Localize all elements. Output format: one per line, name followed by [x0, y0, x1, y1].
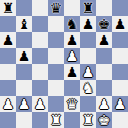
square-g3[interactable]: [96, 80, 112, 96]
square-g4[interactable]: [96, 64, 112, 80]
square-e8[interactable]: [64, 0, 80, 16]
square-g5[interactable]: [96, 48, 112, 64]
square-d4[interactable]: [48, 64, 64, 80]
piece-br-f8: ♜: [82, 0, 95, 16]
square-b1[interactable]: [16, 112, 32, 128]
square-e1[interactable]: [64, 112, 80, 128]
square-h5[interactable]: [112, 48, 128, 64]
square-h1[interactable]: [112, 112, 128, 128]
square-c1[interactable]: [32, 112, 48, 128]
square-g8[interactable]: [96, 0, 112, 16]
piece-wq-e2: ♛: [66, 96, 79, 112]
square-c4[interactable]: [32, 64, 48, 80]
piece-wr-f1: ♜: [82, 112, 95, 128]
square-d5[interactable]: [48, 48, 64, 64]
square-f6[interactable]: [80, 32, 96, 48]
square-c6[interactable]: [32, 32, 48, 48]
square-b7[interactable]: ♝: [16, 16, 32, 32]
piece-bp-h7: ♟: [114, 16, 127, 32]
square-g7[interactable]: ♚: [96, 16, 112, 32]
square-e7[interactable]: ♞: [64, 16, 80, 32]
square-g1[interactable]: ♚: [96, 112, 112, 128]
square-h8[interactable]: [112, 0, 128, 16]
square-a4[interactable]: [0, 64, 16, 80]
square-b6[interactable]: [16, 32, 32, 48]
square-f1[interactable]: ♜: [80, 112, 96, 128]
square-c8[interactable]: [32, 0, 48, 16]
square-a6[interactable]: ♟: [0, 32, 16, 48]
piece-wp-a2: ♟: [2, 96, 15, 112]
piece-bn-e7: ♞: [66, 16, 79, 32]
chess-board: ♜♛♜♝♞♟♚♟♟♟♟♟♟♟♟♞♟♟♟♛♟♟♜♜♚: [0, 0, 128, 128]
square-e2[interactable]: ♛: [64, 96, 80, 112]
piece-bp-b5: ♟: [18, 48, 31, 64]
square-b8[interactable]: [16, 0, 32, 16]
square-b4[interactable]: [16, 64, 32, 80]
square-f8[interactable]: ♜: [80, 0, 96, 16]
square-f4[interactable]: ♟: [80, 64, 96, 80]
piece-bq-d8: ♛: [50, 0, 63, 16]
piece-wp-f4: ♟: [82, 64, 95, 80]
square-h7[interactable]: ♟: [112, 16, 128, 32]
square-g6[interactable]: ♟: [96, 32, 112, 48]
square-a2[interactable]: ♟: [0, 96, 16, 112]
square-g2[interactable]: ♟: [96, 96, 112, 112]
square-c7[interactable]: [32, 16, 48, 32]
square-c3[interactable]: [32, 80, 48, 96]
square-b2[interactable]: ♟: [16, 96, 32, 112]
square-a8[interactable]: ♜: [0, 0, 16, 16]
piece-bb-b7: ♝: [18, 16, 31, 32]
piece-bp-f7: ♟: [82, 16, 95, 32]
square-d8[interactable]: ♛: [48, 0, 64, 16]
square-a7[interactable]: [0, 16, 16, 32]
piece-bp-a6: ♟: [2, 32, 15, 48]
square-f2[interactable]: [80, 96, 96, 112]
square-d1[interactable]: ♜: [48, 112, 64, 128]
square-h4[interactable]: [112, 64, 128, 80]
piece-wn-f3: ♞: [82, 80, 95, 96]
square-d7[interactable]: [48, 16, 64, 32]
piece-br-a8: ♜: [2, 0, 15, 16]
square-b5[interactable]: ♟: [16, 48, 32, 64]
piece-wk-g1: ♚: [98, 112, 111, 128]
square-h3[interactable]: [112, 80, 128, 96]
square-e5[interactable]: ♟: [64, 48, 80, 64]
piece-bp-e6: ♟: [66, 32, 79, 48]
square-a5[interactable]: [0, 48, 16, 64]
square-c2[interactable]: ♟: [32, 96, 48, 112]
square-e6[interactable]: ♟: [64, 32, 80, 48]
square-c5[interactable]: [32, 48, 48, 64]
square-d3[interactable]: [48, 80, 64, 96]
piece-wp-c2: ♟: [34, 96, 47, 112]
square-a3[interactable]: [0, 80, 16, 96]
square-d6[interactable]: [48, 32, 64, 48]
piece-wp-e5: ♟: [66, 48, 79, 64]
square-h6[interactable]: [112, 32, 128, 48]
square-e4[interactable]: ♟: [64, 64, 80, 80]
square-f3[interactable]: ♞: [80, 80, 96, 96]
square-e3[interactable]: [64, 80, 80, 96]
piece-bp-g6: ♟: [98, 32, 111, 48]
square-a1[interactable]: [0, 112, 16, 128]
square-d2[interactable]: [48, 96, 64, 112]
piece-wp-b2: ♟: [18, 96, 31, 112]
square-f7[interactable]: ♟: [80, 16, 96, 32]
square-h2[interactable]: ♟: [112, 96, 128, 112]
piece-bk-g7: ♚: [98, 16, 111, 32]
piece-wp-h2: ♟: [114, 96, 127, 112]
square-f5[interactable]: [80, 48, 96, 64]
square-b3[interactable]: [16, 80, 32, 96]
piece-wp-g2: ♟: [98, 96, 111, 112]
piece-wr-d1: ♜: [50, 112, 63, 128]
piece-bp-e4: ♟: [66, 64, 79, 80]
